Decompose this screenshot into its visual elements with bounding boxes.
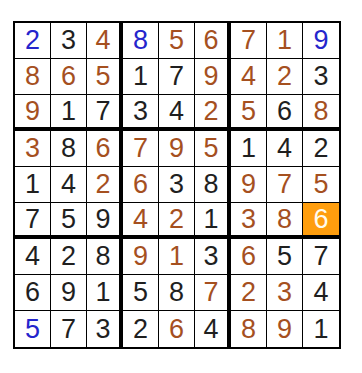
sudoku-cell-r3c7[interactable]: 5 [231, 95, 267, 131]
sudoku-cell-r9c5[interactable]: 6 [159, 311, 195, 347]
sudoku-cell-r6c2[interactable]: 5 [51, 203, 87, 239]
sudoku-board: 2348567198651794239173425683867951421426… [13, 21, 341, 349]
sudoku-cell-r6c5[interactable]: 2 [159, 203, 195, 239]
sudoku-cell-r7c2[interactable]: 2 [51, 239, 87, 275]
sudoku-cell-r4c5[interactable]: 9 [159, 131, 195, 167]
sudoku-cell-r4c9[interactable]: 2 [303, 131, 339, 167]
sudoku-cell-r4c3[interactable]: 6 [87, 131, 123, 167]
sudoku-cell-r6c3[interactable]: 9 [87, 203, 123, 239]
sudoku-cell-r2c8[interactable]: 2 [267, 59, 303, 95]
sudoku-cell-r8c4[interactable]: 5 [123, 275, 159, 311]
sudoku-cell-r7c7[interactable]: 6 [231, 239, 267, 275]
sudoku-cell-r8c3[interactable]: 1 [87, 275, 123, 311]
sudoku-cell-r6c8[interactable]: 8 [267, 203, 303, 239]
sudoku-cell-r9c8[interactable]: 9 [267, 311, 303, 347]
sudoku-cell-r8c9[interactable]: 4 [303, 275, 339, 311]
sudoku-cell-r4c2[interactable]: 8 [51, 131, 87, 167]
sudoku-cell-r3c6[interactable]: 2 [195, 95, 231, 131]
sudoku-cell-r3c8[interactable]: 6 [267, 95, 303, 131]
sudoku-cell-r9c7[interactable]: 8 [231, 311, 267, 347]
sudoku-cell-r3c9[interactable]: 8 [303, 95, 339, 131]
sudoku-cell-r4c8[interactable]: 4 [267, 131, 303, 167]
sudoku-cell-r3c3[interactable]: 7 [87, 95, 123, 131]
sudoku-cell-r6c6[interactable]: 1 [195, 203, 231, 239]
sudoku-cell-r8c1[interactable]: 6 [15, 275, 51, 311]
sudoku-cell-r7c1[interactable]: 4 [15, 239, 51, 275]
sudoku-cell-r9c6[interactable]: 4 [195, 311, 231, 347]
sudoku-cell-r8c8[interactable]: 3 [267, 275, 303, 311]
sudoku-cell-r2c6[interactable]: 9 [195, 59, 231, 95]
sudoku-cell-r1c1[interactable]: 2 [15, 23, 51, 59]
sudoku-cell-r5c9[interactable]: 5 [303, 167, 339, 203]
sudoku-cell-r7c3[interactable]: 8 [87, 239, 123, 275]
sudoku-cell-r4c1[interactable]: 3 [15, 131, 51, 167]
sudoku-cell-r8c7[interactable]: 2 [231, 275, 267, 311]
sudoku-cell-r5c2[interactable]: 4 [51, 167, 87, 203]
sudoku-cell-r5c7[interactable]: 9 [231, 167, 267, 203]
sudoku-cell-r2c2[interactable]: 6 [51, 59, 87, 95]
sudoku-cell-r6c1[interactable]: 7 [15, 203, 51, 239]
sudoku-cell-r5c8[interactable]: 7 [267, 167, 303, 203]
sudoku-cell-r8c6[interactable]: 7 [195, 275, 231, 311]
sudoku-cell-r2c7[interactable]: 4 [231, 59, 267, 95]
sudoku-cell-r1c9[interactable]: 9 [303, 23, 339, 59]
sudoku-cell-r3c4[interactable]: 3 [123, 95, 159, 131]
sudoku-cell-r4c6[interactable]: 5 [195, 131, 231, 167]
sudoku-cell-r2c9[interactable]: 3 [303, 59, 339, 95]
sudoku-cell-r2c1[interactable]: 8 [15, 59, 51, 95]
sudoku-cell-r1c8[interactable]: 1 [267, 23, 303, 59]
sudoku-cell-r2c3[interactable]: 5 [87, 59, 123, 95]
sudoku-cell-r2c5[interactable]: 7 [159, 59, 195, 95]
sudoku-cell-r3c2[interactable]: 1 [51, 95, 87, 131]
sudoku-cell-r6c7[interactable]: 3 [231, 203, 267, 239]
sudoku-cell-r9c3[interactable]: 3 [87, 311, 123, 347]
sudoku-cell-r1c5[interactable]: 5 [159, 23, 195, 59]
sudoku-cell-r1c2[interactable]: 3 [51, 23, 87, 59]
sudoku-cell-r9c1[interactable]: 5 [15, 311, 51, 347]
sudoku-cell-r6c9[interactable]: 6 [303, 203, 339, 239]
sudoku-cell-r5c5[interactable]: 3 [159, 167, 195, 203]
sudoku-cell-r5c4[interactable]: 6 [123, 167, 159, 203]
sudoku-cell-r8c5[interactable]: 8 [159, 275, 195, 311]
sudoku-cell-r9c2[interactable]: 7 [51, 311, 87, 347]
sudoku-cell-r1c3[interactable]: 4 [87, 23, 123, 59]
sudoku-cell-r1c6[interactable]: 6 [195, 23, 231, 59]
sudoku-cell-r4c7[interactable]: 1 [231, 131, 267, 167]
sudoku-cell-r5c6[interactable]: 8 [195, 167, 231, 203]
sudoku-cell-r5c1[interactable]: 1 [15, 167, 51, 203]
sudoku-cell-r4c4[interactable]: 7 [123, 131, 159, 167]
sudoku-cell-r2c4[interactable]: 1 [123, 59, 159, 95]
sudoku-cell-r8c2[interactable]: 9 [51, 275, 87, 311]
sudoku-cell-r7c6[interactable]: 3 [195, 239, 231, 275]
sudoku-cell-r6c4[interactable]: 4 [123, 203, 159, 239]
sudoku-cell-r9c9[interactable]: 1 [303, 311, 339, 347]
sudoku-cell-r1c7[interactable]: 7 [231, 23, 267, 59]
sudoku-cell-r7c9[interactable]: 7 [303, 239, 339, 275]
sudoku-cell-r7c5[interactable]: 1 [159, 239, 195, 275]
sudoku-cell-r5c3[interactable]: 2 [87, 167, 123, 203]
sudoku-cell-r9c4[interactable]: 2 [123, 311, 159, 347]
sudoku-cell-r7c8[interactable]: 5 [267, 239, 303, 275]
sudoku-cell-r1c4[interactable]: 8 [123, 23, 159, 59]
sudoku-cell-r7c4[interactable]: 9 [123, 239, 159, 275]
sudoku-cell-r3c5[interactable]: 4 [159, 95, 195, 131]
sudoku-cell-r3c1[interactable]: 9 [15, 95, 51, 131]
